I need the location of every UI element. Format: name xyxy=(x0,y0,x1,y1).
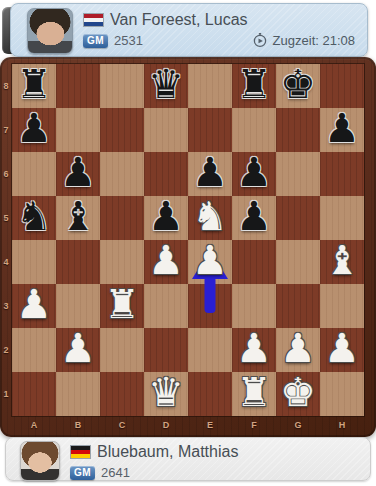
piece-white-pawn-g2[interactable]: ♟ xyxy=(276,326,320,370)
piece-white-pawn-e4[interactable]: ♟ xyxy=(188,238,232,282)
square-b8[interactable] xyxy=(56,64,100,108)
file-label-g: G xyxy=(276,418,320,433)
square-h3[interactable] xyxy=(320,284,364,328)
square-e4[interactable]: ♟ xyxy=(188,240,232,284)
square-g8[interactable]: ♚ xyxy=(276,64,320,108)
piece-white-rook-c3[interactable]: ♜ xyxy=(100,282,144,326)
square-b5[interactable]: ♝ xyxy=(56,196,100,240)
player-bar-top[interactable]: Van Foreest, Lucas GM 2531 Zugzeit: 21:0… xyxy=(10,3,368,57)
chess-board: 87654321 ♜♛♜♚♟♟♟♟♟♞♝♟♞♟♟♟♝♟♜♟♟♟♟♛♜♚ ABCD… xyxy=(0,57,376,437)
square-f7[interactable] xyxy=(232,108,276,152)
square-a6[interactable] xyxy=(12,152,56,196)
square-e1[interactable] xyxy=(188,372,232,416)
square-g1[interactable]: ♚ xyxy=(276,372,320,416)
top-player-avatar xyxy=(27,8,73,54)
square-c3[interactable]: ♜ xyxy=(100,284,144,328)
piece-white-rook-f1[interactable]: ♜ xyxy=(232,370,276,414)
flag-germany-icon xyxy=(70,445,91,459)
square-a8[interactable]: ♜ xyxy=(12,64,56,108)
piece-black-pawn-f6[interactable]: ♟ xyxy=(232,150,276,194)
square-a7[interactable]: ♟ xyxy=(12,108,56,152)
piece-black-pawn-a7[interactable]: ♟ xyxy=(12,106,56,150)
square-g3[interactable] xyxy=(276,284,320,328)
rank-label-8: 8 xyxy=(0,64,12,108)
move-time-indicator: Zugzeit: 21:08 xyxy=(252,32,355,48)
square-g4[interactable] xyxy=(276,240,320,284)
square-h7[interactable]: ♟ xyxy=(320,108,364,152)
square-d5[interactable]: ♟ xyxy=(144,196,188,240)
piece-white-pawn-b2[interactable]: ♟ xyxy=(56,326,100,370)
square-e2[interactable] xyxy=(188,328,232,372)
file-labels: ABCDEFGH xyxy=(12,418,364,433)
piece-white-queen-d1[interactable]: ♛ xyxy=(144,370,188,414)
piece-black-pawn-d5[interactable]: ♟ xyxy=(144,194,188,238)
file-label-c: C xyxy=(100,418,144,433)
square-d1[interactable]: ♛ xyxy=(144,372,188,416)
file-label-e: E xyxy=(188,418,232,433)
square-a2[interactable] xyxy=(12,328,56,372)
rank-label-5: 5 xyxy=(0,196,12,240)
square-c4[interactable] xyxy=(100,240,144,284)
square-e7[interactable] xyxy=(188,108,232,152)
square-g7[interactable] xyxy=(276,108,320,152)
piece-black-king-g8[interactable]: ♚ xyxy=(276,62,320,106)
piece-black-pawn-f5[interactable]: ♟ xyxy=(232,194,276,238)
file-label-d: D xyxy=(144,418,188,433)
piece-white-pawn-f2[interactable]: ♟ xyxy=(232,326,276,370)
top-player-title-badge: GM xyxy=(83,34,108,48)
square-c7[interactable] xyxy=(100,108,144,152)
piece-black-bishop-b5[interactable]: ♝ xyxy=(56,194,100,238)
square-g5[interactable] xyxy=(276,196,320,240)
square-a5[interactable]: ♞ xyxy=(12,196,56,240)
square-f1[interactable]: ♜ xyxy=(232,372,276,416)
square-a3[interactable]: ♟ xyxy=(12,284,56,328)
square-b6[interactable]: ♟ xyxy=(56,152,100,196)
bottom-player-title-badge: GM xyxy=(70,466,95,480)
square-g6[interactable] xyxy=(276,152,320,196)
square-f3[interactable] xyxy=(232,284,276,328)
square-f4[interactable] xyxy=(232,240,276,284)
square-e6[interactable]: ♟ xyxy=(188,152,232,196)
file-label-b: B xyxy=(56,418,100,433)
board-grid: ♜♛♜♚♟♟♟♟♟♞♝♟♞♟♟♟♝♟♜♟♟♟♟♛♜♚ xyxy=(12,64,364,416)
square-g2[interactable]: ♟ xyxy=(276,328,320,372)
square-c8[interactable] xyxy=(100,64,144,108)
flag-netherlands-icon xyxy=(83,13,104,27)
piece-white-king-g1[interactable]: ♚ xyxy=(276,370,320,414)
square-d3[interactable] xyxy=(144,284,188,328)
square-f5[interactable]: ♟ xyxy=(232,196,276,240)
bottom-player-avatar xyxy=(20,441,60,481)
square-f8[interactable]: ♜ xyxy=(232,64,276,108)
square-h8[interactable] xyxy=(320,64,364,108)
square-b2[interactable]: ♟ xyxy=(56,328,100,372)
square-c5[interactable] xyxy=(100,196,144,240)
square-d8[interactable]: ♛ xyxy=(144,64,188,108)
move-time-label: Zugzeit: 21:08 xyxy=(273,33,355,48)
rank-label-4: 4 xyxy=(0,240,12,284)
file-label-a: A xyxy=(12,418,56,433)
square-a1[interactable] xyxy=(12,372,56,416)
rank-label-1: 1 xyxy=(0,372,12,416)
square-h4[interactable]: ♝ xyxy=(320,240,364,284)
square-d2[interactable] xyxy=(144,328,188,372)
piece-black-pawn-b6[interactable]: ♟ xyxy=(56,150,100,194)
square-f2[interactable]: ♟ xyxy=(232,328,276,372)
square-b7[interactable] xyxy=(56,108,100,152)
square-b1[interactable] xyxy=(56,372,100,416)
square-c6[interactable] xyxy=(100,152,144,196)
square-b3[interactable] xyxy=(56,284,100,328)
piece-black-pawn-e6[interactable]: ♟ xyxy=(188,150,232,194)
bottom-player-rating: 2641 xyxy=(101,465,130,480)
square-a4[interactable] xyxy=(12,240,56,284)
square-e3[interactable] xyxy=(188,284,232,328)
top-player-name: Van Foreest, Lucas xyxy=(110,11,248,29)
square-c2[interactable] xyxy=(100,328,144,372)
piece-black-rook-f8[interactable]: ♜ xyxy=(232,62,276,106)
piece-white-pawn-a3[interactable]: ♟ xyxy=(12,282,56,326)
square-c1[interactable] xyxy=(100,372,144,416)
square-h2[interactable]: ♟ xyxy=(320,328,364,372)
piece-white-pawn-h2[interactable]: ♟ xyxy=(320,326,364,370)
file-label-f: F xyxy=(232,418,276,433)
app-background: Van Foreest, Lucas GM 2531 Zugzeit: 21:0… xyxy=(0,0,376,486)
rank-label-6: 6 xyxy=(0,152,12,196)
square-h5[interactable] xyxy=(320,196,364,240)
square-d6[interactable] xyxy=(144,152,188,196)
square-d4[interactable]: ♟ xyxy=(144,240,188,284)
stopwatch-play-icon xyxy=(252,32,268,48)
piece-white-pawn-d4[interactable]: ♟ xyxy=(144,238,188,282)
piece-black-rook-a8[interactable]: ♜ xyxy=(12,62,56,106)
square-b4[interactable] xyxy=(56,240,100,284)
file-label-h: H xyxy=(320,418,364,433)
top-player-rating: 2531 xyxy=(114,33,143,48)
square-h1[interactable] xyxy=(320,372,364,416)
piece-black-pawn-h7[interactable]: ♟ xyxy=(320,106,364,150)
player-bar-bottom[interactable]: Bluebaum, Matthias GM 2641 xyxy=(5,437,371,481)
piece-black-knight-a5[interactable]: ♞ xyxy=(12,194,56,238)
rank-labels: 87654321 xyxy=(0,64,12,416)
rank-label-7: 7 xyxy=(0,108,12,152)
piece-white-knight-e5[interactable]: ♞ xyxy=(188,194,232,238)
piece-black-queen-d8[interactable]: ♛ xyxy=(144,62,188,106)
square-e5[interactable]: ♞ xyxy=(188,196,232,240)
square-f6[interactable]: ♟ xyxy=(232,152,276,196)
square-d7[interactable] xyxy=(144,108,188,152)
bottom-player-name: Bluebaum, Matthias xyxy=(97,443,238,461)
piece-white-bishop-h4[interactable]: ♝ xyxy=(320,238,364,282)
rank-label-2: 2 xyxy=(0,328,12,372)
square-h6[interactable] xyxy=(320,152,364,196)
rank-label-3: 3 xyxy=(0,284,12,328)
square-e8[interactable] xyxy=(188,64,232,108)
